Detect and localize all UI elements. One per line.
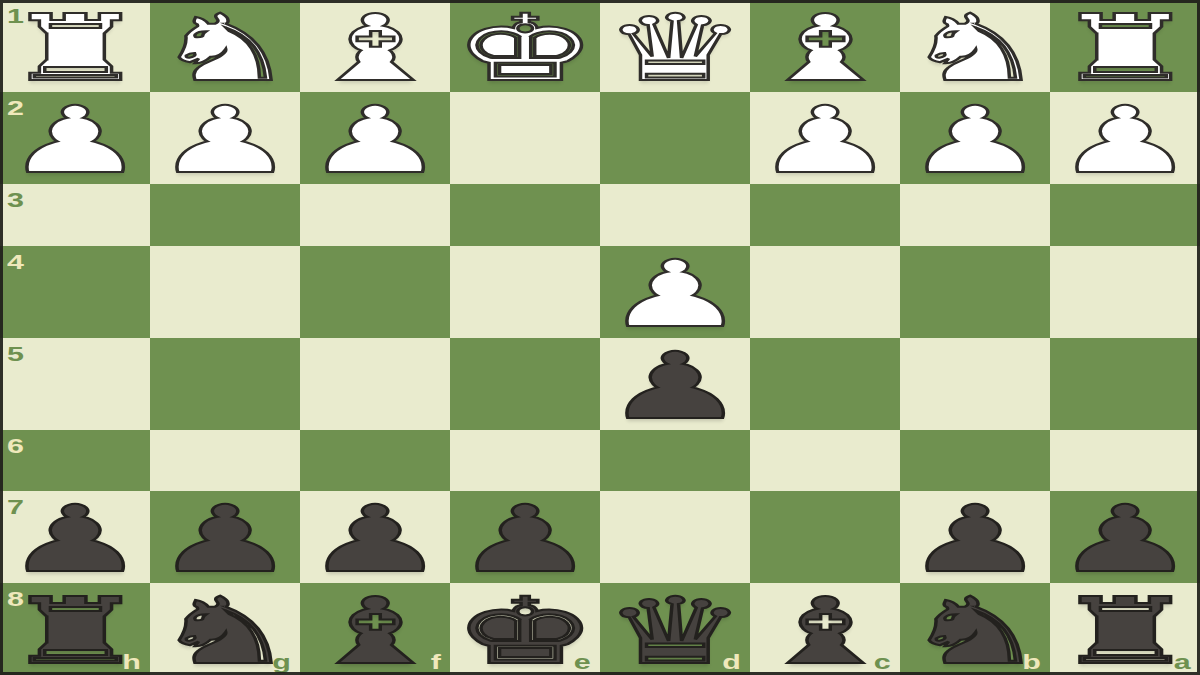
piece-white-pawn-h2[interactable]: ♟ (3, 95, 147, 187)
square-g8[interactable]: g♞ (150, 583, 300, 675)
square-f6[interactable] (300, 430, 450, 492)
piece-black-knight-g8[interactable]: ♞ (153, 586, 297, 675)
piece-white-knight-g1[interactable]: ♞ (153, 3, 297, 95)
square-b2[interactable]: ♟ (900, 92, 1050, 184)
piece-white-pawn-c2[interactable]: ♟ (753, 95, 897, 187)
square-a4[interactable] (1050, 246, 1200, 338)
piece-white-pawn-a2[interactable]: ♟ (1053, 95, 1197, 187)
square-g3[interactable] (150, 184, 300, 246)
chess-board[interactable]: 1♜♞♝♚♛♝♞♜2♟♟♟♟♟♟34♟5♟67♟♟♟♟♟♟8h♜g♞f♝e♚d♛… (0, 0, 1200, 675)
square-b8[interactable]: b♞ (900, 583, 1050, 675)
square-e1[interactable]: ♚ (450, 0, 600, 92)
piece-black-bishop-f8[interactable]: ♝ (303, 586, 447, 675)
rank-label-5: 5 (7, 343, 24, 364)
piece-black-bishop-c8[interactable]: ♝ (753, 586, 897, 675)
square-d2[interactable] (600, 92, 750, 184)
square-c7[interactable] (750, 491, 900, 583)
square-g1[interactable]: ♞ (150, 0, 300, 92)
square-g7[interactable]: ♟ (150, 491, 300, 583)
square-a1[interactable]: ♜ (1050, 0, 1200, 92)
square-d5[interactable]: ♟ (600, 338, 750, 430)
square-d1[interactable]: ♛ (600, 0, 750, 92)
square-a3[interactable] (1050, 184, 1200, 246)
piece-white-queen-d1[interactable]: ♛ (603, 3, 747, 95)
piece-black-king-e8[interactable]: ♚ (453, 586, 597, 675)
square-a8[interactable]: a♜ (1050, 583, 1200, 675)
square-c2[interactable]: ♟ (750, 92, 900, 184)
square-h8[interactable]: 8h♜ (0, 583, 150, 675)
square-a5[interactable] (1050, 338, 1200, 430)
square-e2[interactable] (450, 92, 600, 184)
square-f2[interactable]: ♟ (300, 92, 450, 184)
square-h5[interactable]: 5 (0, 338, 150, 430)
piece-black-queen-d8[interactable]: ♛ (603, 586, 747, 675)
square-e5[interactable] (450, 338, 600, 430)
square-d4[interactable]: ♟ (600, 246, 750, 338)
square-e4[interactable] (450, 246, 600, 338)
square-h6[interactable]: 6 (0, 430, 150, 492)
piece-white-rook-a1[interactable]: ♜ (1053, 3, 1197, 95)
piece-white-bishop-c1[interactable]: ♝ (753, 3, 897, 95)
piece-black-pawn-b7[interactable]: ♟ (903, 494, 1047, 586)
square-f4[interactable] (300, 246, 450, 338)
square-h1[interactable]: 1♜ (0, 0, 150, 92)
piece-black-rook-h8[interactable]: ♜ (3, 586, 147, 675)
piece-black-rook-a8[interactable]: ♜ (1053, 586, 1197, 675)
square-e6[interactable] (450, 430, 600, 492)
square-c4[interactable] (750, 246, 900, 338)
piece-white-king-e1[interactable]: ♚ (453, 3, 597, 95)
square-d3[interactable] (600, 184, 750, 246)
piece-black-pawn-h7[interactable]: ♟ (3, 494, 147, 586)
square-c3[interactable] (750, 184, 900, 246)
square-h3[interactable]: 3 (0, 184, 150, 246)
square-a7[interactable]: ♟ (1050, 491, 1200, 583)
square-c6[interactable] (750, 430, 900, 492)
square-b4[interactable] (900, 246, 1050, 338)
square-d6[interactable] (600, 430, 750, 492)
square-b1[interactable]: ♞ (900, 0, 1050, 92)
square-h2[interactable]: 2♟ (0, 92, 150, 184)
square-g2[interactable]: ♟ (150, 92, 300, 184)
square-e7[interactable]: ♟ (450, 491, 600, 583)
piece-black-pawn-g7[interactable]: ♟ (153, 494, 297, 586)
piece-white-rook-h1[interactable]: ♜ (3, 3, 147, 95)
square-f7[interactable]: ♟ (300, 491, 450, 583)
piece-white-bishop-f1[interactable]: ♝ (303, 3, 447, 95)
piece-black-pawn-a7[interactable]: ♟ (1053, 494, 1197, 586)
rank-label-6: 6 (7, 435, 24, 456)
square-b7[interactable]: ♟ (900, 491, 1050, 583)
square-c5[interactable] (750, 338, 900, 430)
square-f5[interactable] (300, 338, 450, 430)
square-d8[interactable]: d♛ (600, 583, 750, 675)
rank-label-4: 4 (7, 251, 24, 272)
square-b6[interactable] (900, 430, 1050, 492)
square-d7[interactable] (600, 491, 750, 583)
rank-label-3: 3 (7, 189, 24, 210)
piece-black-pawn-f7[interactable]: ♟ (303, 494, 447, 586)
square-f1[interactable]: ♝ (300, 0, 450, 92)
square-b3[interactable] (900, 184, 1050, 246)
square-h7[interactable]: 7♟ (0, 491, 150, 583)
square-a6[interactable] (1050, 430, 1200, 492)
square-b5[interactable] (900, 338, 1050, 430)
square-g4[interactable] (150, 246, 300, 338)
square-a2[interactable]: ♟ (1050, 92, 1200, 184)
square-e8[interactable]: e♚ (450, 583, 600, 675)
square-f8[interactable]: f♝ (300, 583, 450, 675)
piece-white-pawn-b2[interactable]: ♟ (903, 95, 1047, 187)
square-e3[interactable] (450, 184, 600, 246)
piece-black-pawn-d5[interactable]: ♟ (603, 341, 747, 433)
square-f3[interactable] (300, 184, 450, 246)
piece-white-pawn-d4[interactable]: ♟ (603, 249, 747, 341)
piece-white-pawn-f2[interactable]: ♟ (303, 95, 447, 187)
square-g5[interactable] (150, 338, 300, 430)
piece-white-knight-b1[interactable]: ♞ (903, 3, 1047, 95)
square-c1[interactable]: ♝ (750, 0, 900, 92)
square-g6[interactable] (150, 430, 300, 492)
square-c8[interactable]: c♝ (750, 583, 900, 675)
piece-black-pawn-e7[interactable]: ♟ (453, 494, 597, 586)
piece-white-pawn-g2[interactable]: ♟ (153, 95, 297, 187)
piece-black-knight-b8[interactable]: ♞ (903, 586, 1047, 675)
square-h4[interactable]: 4 (0, 246, 150, 338)
